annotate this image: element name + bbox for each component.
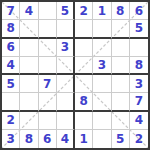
cell-r4c4-empty[interactable] [57, 57, 75, 75]
cell-r8c6-empty[interactable] [93, 130, 111, 148]
cell-r3c1-given[interactable]: 6 [2, 39, 20, 57]
cell-r6c4-empty[interactable] [57, 93, 75, 111]
cell-r3c5-empty[interactable] [75, 39, 93, 57]
cell-r3c8-empty[interactable] [130, 39, 148, 57]
cell-r8c8-given[interactable]: 2 [130, 130, 148, 148]
cell-r8c2-given[interactable]: 8 [20, 130, 38, 148]
cell-r4c2-empty[interactable] [20, 57, 38, 75]
cell-r7c7-empty[interactable] [112, 112, 130, 130]
cell-r6c3-empty[interactable] [39, 93, 57, 111]
cell-r5c3-given[interactable]: 7 [39, 75, 57, 93]
cell-r2c7-empty[interactable] [112, 20, 130, 38]
cell-r6c1-empty[interactable] [2, 93, 20, 111]
cell-r4c6-given[interactable]: 3 [93, 57, 111, 75]
cell-r2c4-empty[interactable] [57, 20, 75, 38]
cell-r7c8-given[interactable]: 4 [130, 112, 148, 130]
cell-r7c3-empty[interactable] [39, 112, 57, 130]
cell-r2c3-empty[interactable] [39, 20, 57, 38]
cell-r2c6-empty[interactable] [93, 20, 111, 38]
cell-r1c8-given[interactable]: 6 [130, 2, 148, 20]
cell-r3c7-empty[interactable] [112, 39, 130, 57]
sudoku-grid: 7452186856343857387243864152 [2, 2, 148, 148]
cell-r2c2-empty[interactable] [20, 20, 38, 38]
cell-r7c1-given[interactable]: 2 [2, 112, 20, 130]
cell-r1c4-given[interactable]: 5 [57, 2, 75, 20]
cell-r6c2-empty[interactable] [20, 93, 38, 111]
cell-r8c1-given[interactable]: 3 [2, 130, 20, 148]
cell-r5c4-empty[interactable] [57, 75, 75, 93]
cell-r7c4-empty[interactable] [57, 112, 75, 130]
cell-r4c7-empty[interactable] [112, 57, 130, 75]
cell-r8c5-given[interactable]: 1 [75, 130, 93, 148]
cell-r8c4-given[interactable]: 4 [57, 130, 75, 148]
cell-r3c3-empty[interactable] [39, 39, 57, 57]
cell-r7c2-empty[interactable] [20, 112, 38, 130]
cell-r6c6-empty[interactable] [93, 93, 111, 111]
cell-r4c8-given[interactable]: 8 [130, 57, 148, 75]
cell-r2c1-given[interactable]: 8 [2, 20, 20, 38]
cell-r5c1-given[interactable]: 5 [2, 75, 20, 93]
cell-r1c6-given[interactable]: 1 [93, 2, 111, 20]
cell-r5c5-empty[interactable] [75, 75, 93, 93]
cell-r5c7-empty[interactable] [112, 75, 130, 93]
cell-r1c1-given[interactable]: 7 [2, 2, 20, 20]
cell-r2c8-given[interactable]: 5 [130, 20, 148, 38]
cell-r5c6-empty[interactable] [93, 75, 111, 93]
sudoku-board: 7452186856343857387243864152 [0, 0, 150, 150]
cell-r3c4-given[interactable]: 3 [57, 39, 75, 57]
cell-r1c5-given[interactable]: 2 [75, 2, 93, 20]
cell-r3c2-empty[interactable] [20, 39, 38, 57]
cell-r4c1-given[interactable]: 4 [2, 57, 20, 75]
cell-r8c7-given[interactable]: 5 [112, 130, 130, 148]
cell-r8c3-given[interactable]: 6 [39, 130, 57, 148]
cell-r4c3-empty[interactable] [39, 57, 57, 75]
cell-r1c3-empty[interactable] [39, 2, 57, 20]
cell-r6c8-given[interactable]: 7 [130, 93, 148, 111]
cell-r1c2-given[interactable]: 4 [20, 2, 38, 20]
cell-r5c2-empty[interactable] [20, 75, 38, 93]
cell-r4c5-empty[interactable] [75, 57, 93, 75]
cell-r5c8-given[interactable]: 3 [130, 75, 148, 93]
cell-r3c6-empty[interactable] [93, 39, 111, 57]
cell-r1c7-given[interactable]: 8 [112, 2, 130, 20]
cell-r7c5-empty[interactable] [75, 112, 93, 130]
cell-r6c7-empty[interactable] [112, 93, 130, 111]
cell-r6c5-given[interactable]: 8 [75, 93, 93, 111]
cell-r2c5-empty[interactable] [75, 20, 93, 38]
cell-r7c6-empty[interactable] [93, 112, 111, 130]
